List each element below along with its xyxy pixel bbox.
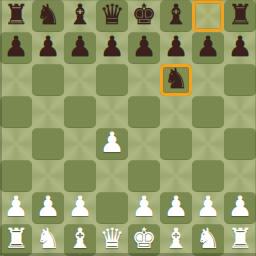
piece-white-pawn-g2: ♟ [195, 193, 220, 221]
square-d7[interactable]: ♟ [96, 32, 128, 64]
square-c2[interactable]: ♟ [64, 192, 96, 224]
piece-white-queen-d1: ♛ [99, 225, 124, 253]
square-h6[interactable] [224, 64, 256, 96]
square-h5[interactable] [224, 96, 256, 128]
square-b3[interactable] [32, 160, 64, 192]
square-c8[interactable]: ♝ [64, 0, 96, 32]
square-e2[interactable]: ♟ [128, 192, 160, 224]
piece-black-pawn-a7: ♟ [3, 33, 28, 61]
chess-board: ♜♞♝♛♚♝♜♟♟♟♟♟♟♟♟♞♟♟♟♟♟♟♟♟♜♞♝♛♚♝♞♜ [0, 0, 256, 256]
square-f2[interactable]: ♟ [160, 192, 192, 224]
square-d5[interactable] [96, 96, 128, 128]
square-b6[interactable] [32, 64, 64, 96]
square-f7[interactable]: ♟ [160, 32, 192, 64]
piece-black-knight-b8: ♞ [35, 1, 60, 29]
square-h2[interactable]: ♟ [224, 192, 256, 224]
square-g8[interactable] [192, 0, 224, 32]
square-b5[interactable] [32, 96, 64, 128]
piece-black-pawn-e7: ♟ [131, 33, 156, 61]
square-c7[interactable]: ♟ [64, 32, 96, 64]
piece-black-pawn-c7: ♟ [67, 33, 92, 61]
square-a1[interactable]: ♜ [0, 224, 32, 256]
square-e5[interactable] [128, 96, 160, 128]
piece-white-rook-h1: ♜ [227, 225, 252, 253]
square-f6[interactable]: ♞ [160, 64, 192, 96]
piece-black-bishop-c8: ♝ [67, 1, 92, 29]
square-c3[interactable] [64, 160, 96, 192]
square-e1[interactable]: ♚ [128, 224, 160, 256]
piece-white-pawn-e2: ♟ [131, 193, 156, 221]
square-f5[interactable] [160, 96, 192, 128]
piece-black-bishop-f8: ♝ [163, 1, 188, 29]
square-g3[interactable] [192, 160, 224, 192]
piece-white-pawn-d4: ♟ [99, 129, 124, 157]
square-h4[interactable] [224, 128, 256, 160]
square-c1[interactable]: ♝ [64, 224, 96, 256]
piece-black-pawn-f7: ♟ [163, 33, 188, 61]
square-c6[interactable] [64, 64, 96, 96]
square-a6[interactable] [0, 64, 32, 96]
square-f3[interactable] [160, 160, 192, 192]
square-b8[interactable]: ♞ [32, 0, 64, 32]
square-a5[interactable] [0, 96, 32, 128]
square-e4[interactable] [128, 128, 160, 160]
piece-white-pawn-f2: ♟ [163, 193, 188, 221]
square-a2[interactable]: ♟ [0, 192, 32, 224]
piece-white-pawn-a2: ♟ [3, 193, 28, 221]
square-h7[interactable]: ♟ [224, 32, 256, 64]
square-h1[interactable]: ♜ [224, 224, 256, 256]
square-e7[interactable]: ♟ [128, 32, 160, 64]
square-b4[interactable] [32, 128, 64, 160]
square-a4[interactable] [0, 128, 32, 160]
piece-white-knight-b1: ♞ [35, 225, 60, 253]
square-d4[interactable]: ♟ [96, 128, 128, 160]
square-e6[interactable] [128, 64, 160, 96]
piece-black-king-e8: ♚ [131, 1, 156, 29]
piece-black-knight-f6: ♞ [163, 65, 188, 93]
square-e8[interactable]: ♚ [128, 0, 160, 32]
piece-white-king-e1: ♚ [131, 225, 156, 253]
square-d1[interactable]: ♛ [96, 224, 128, 256]
piece-white-pawn-h2: ♟ [227, 193, 252, 221]
piece-black-queen-d8: ♛ [99, 1, 124, 29]
square-a8[interactable]: ♜ [0, 0, 32, 32]
piece-black-pawn-d7: ♟ [99, 33, 124, 61]
square-g4[interactable] [192, 128, 224, 160]
square-e3[interactable] [128, 160, 160, 192]
piece-black-pawn-h7: ♟ [227, 33, 252, 61]
square-d8[interactable]: ♛ [96, 0, 128, 32]
piece-white-knight-g1: ♞ [195, 225, 220, 253]
square-a3[interactable] [0, 160, 32, 192]
square-c5[interactable] [64, 96, 96, 128]
square-g2[interactable]: ♟ [192, 192, 224, 224]
piece-black-rook-a8: ♜ [3, 1, 28, 29]
square-f4[interactable] [160, 128, 192, 160]
square-f8[interactable]: ♝ [160, 0, 192, 32]
square-g5[interactable] [192, 96, 224, 128]
square-b1[interactable]: ♞ [32, 224, 64, 256]
piece-white-rook-a1: ♜ [3, 225, 28, 253]
piece-black-rook-h8: ♜ [227, 1, 252, 29]
piece-white-bishop-c1: ♝ [67, 225, 92, 253]
square-f1[interactable]: ♝ [160, 224, 192, 256]
square-b7[interactable]: ♟ [32, 32, 64, 64]
square-a7[interactable]: ♟ [0, 32, 32, 64]
piece-white-pawn-b2: ♟ [35, 193, 60, 221]
square-b2[interactable]: ♟ [32, 192, 64, 224]
square-h8[interactable]: ♜ [224, 0, 256, 32]
square-d3[interactable] [96, 160, 128, 192]
square-g6[interactable] [192, 64, 224, 96]
square-d2[interactable] [96, 192, 128, 224]
piece-black-pawn-b7: ♟ [35, 33, 60, 61]
square-c4[interactable] [64, 128, 96, 160]
piece-white-pawn-c2: ♟ [67, 193, 92, 221]
square-h3[interactable] [224, 160, 256, 192]
square-d6[interactable] [96, 64, 128, 96]
square-g1[interactable]: ♞ [192, 224, 224, 256]
square-g7[interactable]: ♟ [192, 32, 224, 64]
piece-black-pawn-g7: ♟ [195, 33, 220, 61]
piece-white-bishop-f1: ♝ [163, 225, 188, 253]
